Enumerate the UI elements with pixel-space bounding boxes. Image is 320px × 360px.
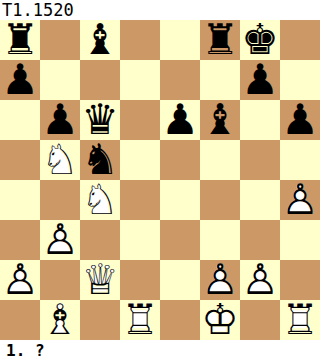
square-h5[interactable] bbox=[280, 140, 320, 180]
square-c8[interactable]: ♝ bbox=[80, 20, 120, 60]
white-pawn-piece[interactable]: ♟♙ bbox=[40, 220, 80, 260]
square-d3[interactable] bbox=[120, 220, 160, 260]
piece-outline: ♖ bbox=[280, 300, 320, 340]
piece-fill: ♟ bbox=[0, 60, 40, 100]
piece-outline: ♔ bbox=[200, 300, 240, 340]
square-a2[interactable]: ♟♙ bbox=[0, 260, 40, 300]
white-pawn-piece[interactable]: ♟♙ bbox=[0, 260, 40, 300]
square-c5[interactable]: ♞ bbox=[80, 140, 120, 180]
black-king-piece[interactable]: ♚ bbox=[240, 20, 280, 60]
black-knight-piece[interactable]: ♞ bbox=[80, 140, 120, 180]
square-c1[interactable] bbox=[80, 300, 120, 340]
square-b1[interactable]: ♝♗ bbox=[40, 300, 80, 340]
square-d7[interactable] bbox=[120, 60, 160, 100]
square-d5[interactable] bbox=[120, 140, 160, 180]
white-pawn-piece[interactable]: ♟♙ bbox=[280, 180, 320, 220]
square-e5[interactable] bbox=[160, 140, 200, 180]
black-pawn-piece[interactable]: ♟ bbox=[40, 100, 80, 140]
white-queen-piece[interactable]: ♛♕ bbox=[80, 260, 120, 300]
square-a6[interactable] bbox=[0, 100, 40, 140]
piece-outline: ♘ bbox=[40, 140, 80, 180]
piece-fill: ♞ bbox=[80, 140, 120, 180]
piece-outline: ♙ bbox=[200, 260, 240, 300]
square-c3[interactable] bbox=[80, 220, 120, 260]
square-a3[interactable] bbox=[0, 220, 40, 260]
square-b7[interactable] bbox=[40, 60, 80, 100]
square-f7[interactable] bbox=[200, 60, 240, 100]
square-a7[interactable]: ♟ bbox=[0, 60, 40, 100]
square-e2[interactable] bbox=[160, 260, 200, 300]
white-bishop-piece[interactable]: ♝♗ bbox=[40, 300, 80, 340]
piece-outline: ♙ bbox=[0, 260, 40, 300]
square-d1[interactable]: ♜♖ bbox=[120, 300, 160, 340]
square-h3[interactable] bbox=[280, 220, 320, 260]
white-king-piece[interactable]: ♚♔ bbox=[200, 300, 240, 340]
black-queen-piece[interactable]: ♛ bbox=[80, 100, 120, 140]
square-d2[interactable] bbox=[120, 260, 160, 300]
square-c7[interactable] bbox=[80, 60, 120, 100]
square-g8[interactable]: ♚ bbox=[240, 20, 280, 60]
square-g6[interactable] bbox=[240, 100, 280, 140]
piece-outline: ♙ bbox=[240, 260, 280, 300]
white-rook-piece[interactable]: ♜♖ bbox=[120, 300, 160, 340]
piece-outline: ♕ bbox=[80, 260, 120, 300]
square-f4[interactable] bbox=[200, 180, 240, 220]
piece-fill: ♜ bbox=[0, 20, 40, 60]
square-c2[interactable]: ♛♕ bbox=[80, 260, 120, 300]
square-b4[interactable] bbox=[40, 180, 80, 220]
piece-outline: ♙ bbox=[280, 180, 320, 220]
square-a1[interactable] bbox=[0, 300, 40, 340]
white-rook-piece[interactable]: ♜♖ bbox=[280, 300, 320, 340]
black-pawn-piece[interactable]: ♟ bbox=[0, 60, 40, 100]
square-g1[interactable] bbox=[240, 300, 280, 340]
square-e8[interactable] bbox=[160, 20, 200, 60]
square-c4[interactable]: ♞♘ bbox=[80, 180, 120, 220]
piece-fill: ♟ bbox=[160, 100, 200, 140]
square-a8[interactable]: ♜ bbox=[0, 20, 40, 60]
square-f5[interactable] bbox=[200, 140, 240, 180]
square-f3[interactable] bbox=[200, 220, 240, 260]
square-g7[interactable]: ♟ bbox=[240, 60, 280, 100]
square-h8[interactable] bbox=[280, 20, 320, 60]
square-e4[interactable] bbox=[160, 180, 200, 220]
square-h6[interactable]: ♟ bbox=[280, 100, 320, 140]
chess-board[interactable]: ♜♝♜♚♟♟♟♛♟♝♟♞♘♞♞♘♟♙♟♙♟♙♛♕♟♙♟♙♝♗♜♖♚♔♜♖ bbox=[0, 20, 320, 340]
square-b2[interactable] bbox=[40, 260, 80, 300]
piece-fill: ♝ bbox=[80, 20, 120, 60]
square-e6[interactable]: ♟ bbox=[160, 100, 200, 140]
square-b8[interactable] bbox=[40, 20, 80, 60]
black-bishop-piece[interactable]: ♝ bbox=[200, 100, 240, 140]
square-g2[interactable]: ♟♙ bbox=[240, 260, 280, 300]
piece-fill: ♛ bbox=[80, 100, 120, 140]
piece-fill: ♟ bbox=[40, 100, 80, 140]
piece-outline: ♙ bbox=[40, 220, 80, 260]
square-h1[interactable]: ♜♖ bbox=[280, 300, 320, 340]
square-f8[interactable]: ♜ bbox=[200, 20, 240, 60]
square-g5[interactable] bbox=[240, 140, 280, 180]
black-pawn-piece[interactable]: ♟ bbox=[240, 60, 280, 100]
piece-fill: ♝ bbox=[200, 100, 240, 140]
square-e1[interactable] bbox=[160, 300, 200, 340]
black-pawn-piece[interactable]: ♟ bbox=[160, 100, 200, 140]
square-b6[interactable]: ♟ bbox=[40, 100, 80, 140]
white-knight-piece[interactable]: ♞♘ bbox=[40, 140, 80, 180]
square-d6[interactable] bbox=[120, 100, 160, 140]
black-bishop-piece[interactable]: ♝ bbox=[80, 20, 120, 60]
square-d8[interactable] bbox=[120, 20, 160, 60]
square-h2[interactable] bbox=[280, 260, 320, 300]
square-f6[interactable]: ♝ bbox=[200, 100, 240, 140]
piece-fill: ♟ bbox=[280, 100, 320, 140]
piece-fill: ♚ bbox=[240, 20, 280, 60]
square-a4[interactable] bbox=[0, 180, 40, 220]
square-g4[interactable] bbox=[240, 180, 280, 220]
square-f1[interactable]: ♚♔ bbox=[200, 300, 240, 340]
square-h7[interactable] bbox=[280, 60, 320, 100]
piece-outline: ♘ bbox=[80, 180, 120, 220]
white-pawn-piece[interactable]: ♟♙ bbox=[240, 260, 280, 300]
piece-outline: ♖ bbox=[120, 300, 160, 340]
piece-fill: ♟ bbox=[240, 60, 280, 100]
white-knight-piece[interactable]: ♞♘ bbox=[80, 180, 120, 220]
black-pawn-piece[interactable]: ♟ bbox=[280, 100, 320, 140]
square-g3[interactable] bbox=[240, 220, 280, 260]
white-pawn-piece[interactable]: ♟♙ bbox=[200, 260, 240, 300]
square-c6[interactable]: ♛ bbox=[80, 100, 120, 140]
piece-fill: ♜ bbox=[200, 20, 240, 60]
black-rook-piece[interactable]: ♜ bbox=[200, 20, 240, 60]
black-rook-piece[interactable]: ♜ bbox=[0, 20, 40, 60]
square-a5[interactable] bbox=[0, 140, 40, 180]
square-e7[interactable] bbox=[160, 60, 200, 100]
piece-outline: ♗ bbox=[40, 300, 80, 340]
square-b5[interactable]: ♞♘ bbox=[40, 140, 80, 180]
square-b3[interactable]: ♟♙ bbox=[40, 220, 80, 260]
square-d4[interactable] bbox=[120, 180, 160, 220]
square-h4[interactable]: ♟♙ bbox=[280, 180, 320, 220]
square-f2[interactable]: ♟♙ bbox=[200, 260, 240, 300]
square-e3[interactable] bbox=[160, 220, 200, 260]
